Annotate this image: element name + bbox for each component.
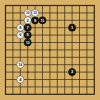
move-number-12: 12: [33, 11, 37, 15]
hoshi-point: [49, 49, 51, 51]
go-board[interactable]: 1234567891011121314: [0, 0, 100, 100]
move-number-11: 11: [41, 19, 45, 23]
move-number-13: 13: [26, 41, 30, 45]
move-number-14: 14: [19, 63, 23, 67]
go-board-diagram: 1234567891011121314: [0, 0, 100, 100]
hoshi-point: [27, 71, 29, 73]
move-number-10: 10: [26, 11, 30, 15]
